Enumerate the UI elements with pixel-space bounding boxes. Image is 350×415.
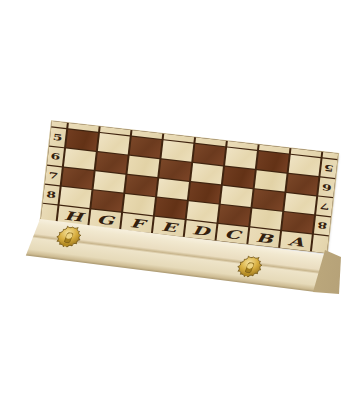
- board-square: [284, 193, 316, 214]
- rank-label: 5: [320, 158, 337, 178]
- rank-label: 6: [318, 178, 335, 198]
- board-square: [155, 198, 187, 219]
- brass-clasp-icon: [50, 224, 87, 253]
- rank-label: 8: [43, 185, 60, 205]
- board-square: [130, 137, 162, 158]
- file-label: B: [248, 228, 280, 248]
- product-photo: 55667788HGFEDCBA: [0, 0, 350, 415]
- board-square: [286, 174, 318, 195]
- board-square: [219, 205, 251, 226]
- board-square: [96, 152, 128, 173]
- board-square: [187, 201, 219, 222]
- board-square: [191, 163, 223, 184]
- board-square: [159, 159, 191, 180]
- border-corner: [312, 235, 329, 253]
- board-square: [60, 187, 92, 208]
- board-square: [189, 182, 221, 203]
- rank-label: 7: [316, 197, 333, 217]
- board-square: [64, 149, 96, 170]
- brass-clasp-icon: [231, 253, 268, 282]
- rank-label: 5: [49, 128, 66, 148]
- board-square: [253, 189, 285, 210]
- board-square: [98, 133, 130, 154]
- board-square: [62, 168, 94, 189]
- rank-label: 7: [45, 166, 62, 186]
- board-square: [193, 144, 225, 165]
- file-label: A: [280, 231, 312, 251]
- rank-label: 6: [47, 147, 64, 167]
- board-square: [289, 155, 321, 176]
- board-square: [282, 212, 314, 233]
- board-square: [161, 140, 193, 161]
- board-square: [223, 167, 255, 188]
- board-square: [91, 190, 123, 211]
- board-square: [123, 194, 155, 215]
- board-square: [157, 179, 189, 200]
- board-square: [250, 208, 282, 229]
- rank-label: 8: [314, 216, 331, 236]
- board-square: [255, 170, 287, 191]
- board-square: [66, 129, 98, 150]
- board-square: [221, 186, 253, 207]
- board-square: [125, 175, 157, 196]
- board-square: [225, 148, 257, 169]
- board-square: [94, 171, 126, 192]
- board-square: [128, 156, 160, 177]
- board-square: [257, 151, 289, 172]
